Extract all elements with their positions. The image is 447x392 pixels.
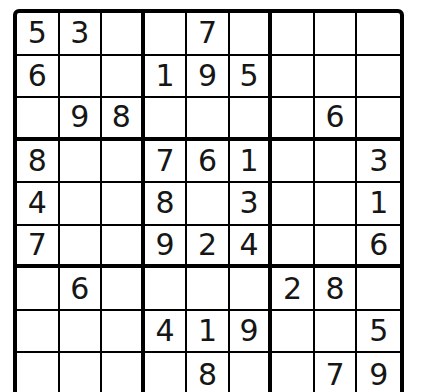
cell-r9c7-empty[interactable] [272,353,315,392]
cell-r4c1-given-8[interactable]: 8 [17,141,60,184]
cell-r4c4-given-7[interactable]: 7 [145,141,188,184]
cell-r8c8-empty[interactable] [315,311,358,354]
sudoku-screen: 5376195986876134831792466284195879 [0,0,447,392]
cell-r2c3-empty[interactable] [102,56,145,99]
cell-r8c9-given-5[interactable]: 5 [357,311,400,354]
cell-r2c8-empty[interactable] [315,56,358,99]
cell-r5c6-given-3[interactable]: 3 [230,183,273,226]
cell-r3c7-empty[interactable] [272,98,315,141]
cell-r9c4-empty[interactable] [145,353,188,392]
cell-r2c9-empty[interactable] [357,56,400,99]
cell-r5c2-empty[interactable] [60,183,103,226]
cell-r7c5-empty[interactable] [187,268,230,311]
cell-r8c5-given-1[interactable]: 1 [187,311,230,354]
cell-r3c1-empty[interactable] [17,98,60,141]
cell-r6c8-empty[interactable] [315,226,358,269]
cell-r8c2-empty[interactable] [60,311,103,354]
cell-r8c7-empty[interactable] [272,311,315,354]
cell-r7c9-empty[interactable] [357,268,400,311]
cell-r9c8-given-7[interactable]: 7 [315,353,358,392]
cell-r7c6-empty[interactable] [230,268,273,311]
cell-r8c3-empty[interactable] [102,311,145,354]
cell-r2c1-given-6[interactable]: 6 [17,56,60,99]
cell-r5c8-empty[interactable] [315,183,358,226]
cell-r1c4-empty[interactable] [145,13,188,56]
cell-r3c8-given-6[interactable]: 6 [315,98,358,141]
cell-r8c4-given-4[interactable]: 4 [145,311,188,354]
cell-r3c4-empty[interactable] [145,98,188,141]
cell-r9c6-empty[interactable] [230,353,273,392]
cell-r9c9-given-9[interactable]: 9 [357,353,400,392]
cell-r4c5-given-6[interactable]: 6 [187,141,230,184]
cell-r7c8-given-8[interactable]: 8 [315,268,358,311]
cell-r9c5-given-8[interactable]: 8 [187,353,230,392]
cell-r7c7-given-2[interactable]: 2 [272,268,315,311]
cell-r4c3-empty[interactable] [102,141,145,184]
cell-r9c3-empty[interactable] [102,353,145,392]
cell-r1c3-empty[interactable] [102,13,145,56]
cell-r9c2-empty[interactable] [60,353,103,392]
cell-r5c1-given-4[interactable]: 4 [17,183,60,226]
cell-r1c7-empty[interactable] [272,13,315,56]
cell-r5c9-given-1[interactable]: 1 [357,183,400,226]
cell-r1c1-given-5[interactable]: 5 [17,13,60,56]
cell-r6c9-given-6[interactable]: 6 [357,226,400,269]
cell-r6c5-given-2[interactable]: 2 [187,226,230,269]
cell-r3c9-empty[interactable] [357,98,400,141]
cell-r9c1-empty[interactable] [17,353,60,392]
cell-r7c1-empty[interactable] [17,268,60,311]
cell-r4c7-empty[interactable] [272,141,315,184]
cell-r3c5-empty[interactable] [187,98,230,141]
cell-r2c7-empty[interactable] [272,56,315,99]
cell-r1c9-empty[interactable] [357,13,400,56]
sudoku-board: 5376195986876134831792466284195879 [13,9,404,392]
cell-r5c7-empty[interactable] [272,183,315,226]
cell-r7c4-empty[interactable] [145,268,188,311]
cell-r7c2-given-6[interactable]: 6 [60,268,103,311]
cell-r6c4-given-9[interactable]: 9 [145,226,188,269]
cell-r3c2-given-9[interactable]: 9 [60,98,103,141]
cell-r6c2-empty[interactable] [60,226,103,269]
cell-r7c3-empty[interactable] [102,268,145,311]
cell-r6c7-empty[interactable] [272,226,315,269]
cell-r2c2-empty[interactable] [60,56,103,99]
cell-r1c6-empty[interactable] [230,13,273,56]
cell-r6c3-empty[interactable] [102,226,145,269]
cell-r5c3-empty[interactable] [102,183,145,226]
cell-r4c8-empty[interactable] [315,141,358,184]
cell-r6c1-given-7[interactable]: 7 [17,226,60,269]
cell-r2c4-given-1[interactable]: 1 [145,56,188,99]
cell-r5c4-given-8[interactable]: 8 [145,183,188,226]
cell-r4c2-empty[interactable] [60,141,103,184]
cell-r3c6-empty[interactable] [230,98,273,141]
cell-r3c3-given-8[interactable]: 8 [102,98,145,141]
cell-r1c2-given-3[interactable]: 3 [60,13,103,56]
cell-r4c6-given-1[interactable]: 1 [230,141,273,184]
cell-r1c5-given-7[interactable]: 7 [187,13,230,56]
cell-r2c6-given-5[interactable]: 5 [230,56,273,99]
cell-r4c9-given-3[interactable]: 3 [357,141,400,184]
cell-r2c5-given-9[interactable]: 9 [187,56,230,99]
cell-r1c8-empty[interactable] [315,13,358,56]
cell-r6c6-given-4[interactable]: 4 [230,226,273,269]
cell-r8c1-empty[interactable] [17,311,60,354]
cell-r8c6-given-9[interactable]: 9 [230,311,273,354]
cell-r5c5-empty[interactable] [187,183,230,226]
